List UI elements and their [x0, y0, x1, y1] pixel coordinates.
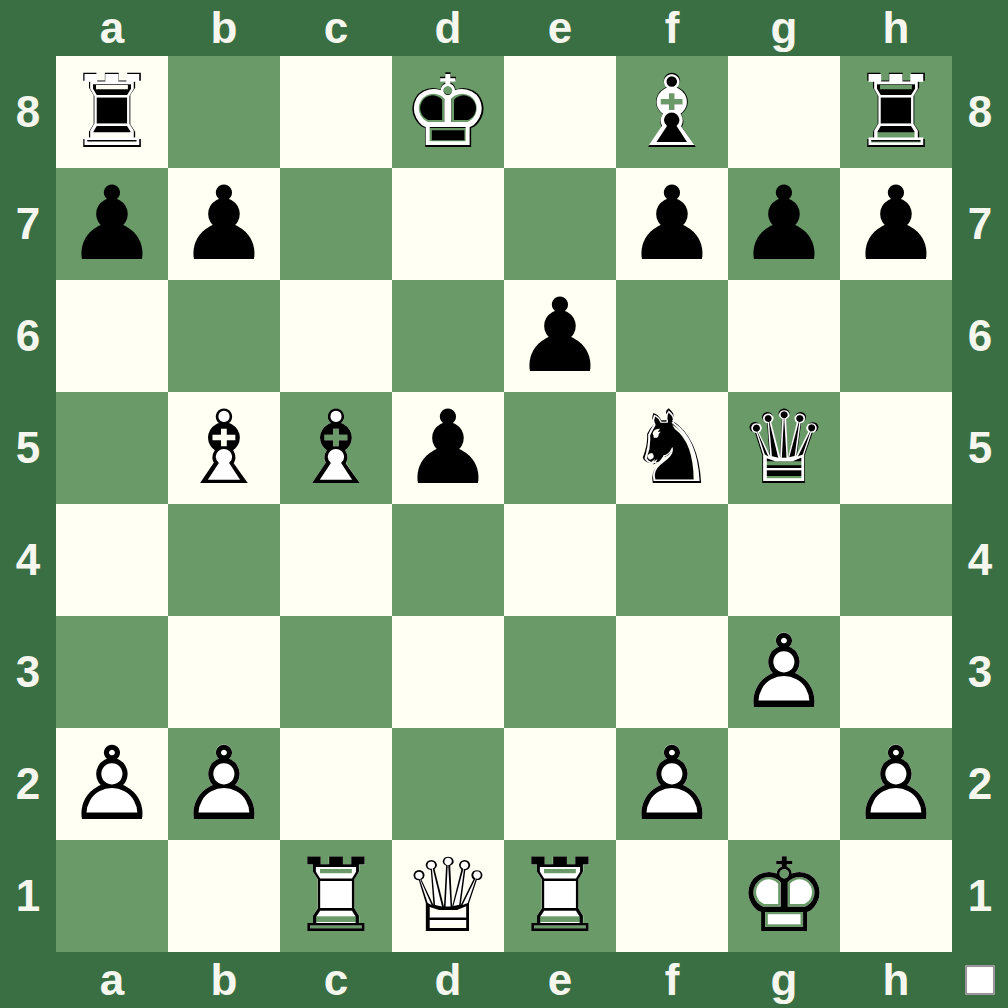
top-left-corner [0, 0, 56, 56]
rank-label-1-left: 1 [0, 840, 56, 952]
square-f6[interactable] [616, 280, 728, 392]
white-to-move-indicator [965, 965, 995, 995]
file-label-h-top: h [840, 0, 952, 56]
rank-label-3-left: 3 [0, 616, 56, 728]
square-d2[interactable] [392, 728, 504, 840]
square-a7[interactable]: ♟ [56, 168, 168, 280]
file-label-a-top: a [56, 0, 168, 56]
file-label-e-bottom: e [504, 952, 616, 1008]
square-b6[interactable] [168, 280, 280, 392]
square-c4[interactable] [280, 504, 392, 616]
square-h2[interactable]: ♟♙ [840, 728, 952, 840]
chess-board: abcdefgh8♜♖♚♔♝♗♜♖87♟♟♟♟♟76♟65♝♗♝♗♟♞♘♛♕54… [0, 0, 1008, 1008]
rank-label-5-right: 5 [952, 392, 1008, 504]
rank-label-6-right: 6 [952, 280, 1008, 392]
square-b8[interactable] [168, 56, 280, 168]
piece-black-pawn: ♟ [504, 280, 616, 392]
square-f8[interactable]: ♝♗ [616, 56, 728, 168]
square-b7[interactable]: ♟ [168, 168, 280, 280]
square-a8[interactable]: ♜♖ [56, 56, 168, 168]
bottom-right-corner [952, 952, 1008, 1008]
square-h6[interactable] [840, 280, 952, 392]
piece-black-queen: ♛♕ [728, 392, 840, 504]
file-label-g-bottom: g [728, 952, 840, 1008]
square-h5[interactable] [840, 392, 952, 504]
square-b4[interactable] [168, 504, 280, 616]
black-piece-fill-glyph: ♟ [616, 168, 728, 280]
square-d6[interactable] [392, 280, 504, 392]
square-h1[interactable] [840, 840, 952, 952]
rank-label-7-right: 7 [952, 168, 1008, 280]
rank-label-5-left: 5 [0, 392, 56, 504]
black-piece-detail-glyph: ♘ [619, 395, 725, 501]
square-c1[interactable]: ♜♖ [280, 840, 392, 952]
black-piece-detail-glyph: ♖ [59, 59, 165, 165]
square-g3[interactable]: ♟♙ [728, 616, 840, 728]
black-piece-detail-glyph: ♖ [843, 59, 949, 165]
white-piece-outline-glyph: ♗ [168, 392, 280, 504]
square-e7[interactable] [504, 168, 616, 280]
piece-black-pawn: ♟ [728, 168, 840, 280]
rank-label-2-left: 2 [0, 728, 56, 840]
rank-label-7-left: 7 [0, 168, 56, 280]
square-e1[interactable]: ♜♖ [504, 840, 616, 952]
square-d3[interactable] [392, 616, 504, 728]
piece-black-king: ♚♔ [392, 56, 504, 168]
square-b2[interactable]: ♟♙ [168, 728, 280, 840]
file-label-c-top: c [280, 0, 392, 56]
square-g4[interactable] [728, 504, 840, 616]
square-e3[interactable] [504, 616, 616, 728]
file-label-a-bottom: a [56, 952, 168, 1008]
square-e2[interactable] [504, 728, 616, 840]
bottom-left-corner [0, 952, 56, 1008]
square-f5[interactable]: ♞♘ [616, 392, 728, 504]
rank-label-8-left: 8 [0, 56, 56, 168]
piece-white-rook: ♜♖ [504, 840, 616, 952]
square-a4[interactable] [56, 504, 168, 616]
square-f4[interactable] [616, 504, 728, 616]
black-piece-fill-glyph: ♟ [840, 168, 952, 280]
black-piece-fill-glyph: ♟ [728, 168, 840, 280]
piece-black-pawn: ♟ [168, 168, 280, 280]
white-piece-outline-glyph: ♗ [280, 392, 392, 504]
square-b1[interactable] [168, 840, 280, 952]
square-e4[interactable] [504, 504, 616, 616]
square-f7[interactable]: ♟ [616, 168, 728, 280]
square-g7[interactable]: ♟ [728, 168, 840, 280]
piece-black-pawn: ♟ [840, 168, 952, 280]
rank-label-8-right: 8 [952, 56, 1008, 168]
square-a6[interactable] [56, 280, 168, 392]
white-piece-outline-glyph: ♙ [840, 728, 952, 840]
black-piece-detail-glyph: ♗ [619, 59, 725, 165]
white-piece-outline-glyph: ♖ [504, 840, 616, 952]
black-piece-fill-glyph: ♟ [56, 168, 168, 280]
square-c5[interactable]: ♝♗ [280, 392, 392, 504]
file-label-c-bottom: c [280, 952, 392, 1008]
square-c8[interactable] [280, 56, 392, 168]
rank-label-4-left: 4 [0, 504, 56, 616]
square-a3[interactable] [56, 616, 168, 728]
rank-label-3-right: 3 [952, 616, 1008, 728]
piece-black-bishop: ♝♗ [616, 56, 728, 168]
square-c2[interactable] [280, 728, 392, 840]
square-h3[interactable] [840, 616, 952, 728]
piece-black-rook: ♜♖ [56, 56, 168, 168]
white-piece-outline-glyph: ♔ [728, 840, 840, 952]
black-piece-fill-glyph: ♟ [392, 392, 504, 504]
white-piece-outline-glyph: ♙ [168, 728, 280, 840]
file-label-h-bottom: h [840, 952, 952, 1008]
file-label-f-bottom: f [616, 952, 728, 1008]
square-a5[interactable] [56, 392, 168, 504]
rank-label-6-left: 6 [0, 280, 56, 392]
file-label-g-top: g [728, 0, 840, 56]
square-h7[interactable]: ♟ [840, 168, 952, 280]
square-e8[interactable] [504, 56, 616, 168]
square-e6[interactable]: ♟ [504, 280, 616, 392]
piece-white-queen: ♛♕ [392, 840, 504, 952]
piece-black-knight: ♞♘ [616, 392, 728, 504]
square-d7[interactable] [392, 168, 504, 280]
square-h8[interactable]: ♜♖ [840, 56, 952, 168]
square-d1[interactable]: ♛♕ [392, 840, 504, 952]
square-f2[interactable]: ♟♙ [616, 728, 728, 840]
square-d8[interactable]: ♚♔ [392, 56, 504, 168]
square-c6[interactable] [280, 280, 392, 392]
file-label-b-top: b [168, 0, 280, 56]
square-b5[interactable]: ♝♗ [168, 392, 280, 504]
piece-black-pawn: ♟ [616, 168, 728, 280]
white-piece-outline-glyph: ♖ [280, 840, 392, 952]
piece-white-rook: ♜♖ [280, 840, 392, 952]
piece-white-pawn: ♟♙ [56, 728, 168, 840]
square-g6[interactable] [728, 280, 840, 392]
file-label-d-bottom: d [392, 952, 504, 1008]
white-piece-outline-glyph: ♙ [616, 728, 728, 840]
square-e5[interactable] [504, 392, 616, 504]
square-f1[interactable] [616, 840, 728, 952]
piece-white-pawn: ♟♙ [616, 728, 728, 840]
file-label-e-top: e [504, 0, 616, 56]
square-a2[interactable]: ♟♙ [56, 728, 168, 840]
rank-label-4-right: 4 [952, 504, 1008, 616]
black-piece-fill-glyph: ♟ [504, 280, 616, 392]
square-f3[interactable] [616, 616, 728, 728]
file-label-f-top: f [616, 0, 728, 56]
square-c3[interactable] [280, 616, 392, 728]
top-right-corner [952, 0, 1008, 56]
piece-white-pawn: ♟♙ [728, 616, 840, 728]
square-a1[interactable] [56, 840, 168, 952]
white-piece-outline-glyph: ♕ [392, 840, 504, 952]
chess-board-frame: abcdefgh8♜♖♚♔♝♗♜♖87♟♟♟♟♟76♟65♝♗♝♗♟♞♘♛♕54… [0, 0, 1008, 1008]
black-piece-fill-glyph: ♟ [168, 168, 280, 280]
piece-black-pawn: ♟ [392, 392, 504, 504]
white-piece-outline-glyph: ♙ [728, 616, 840, 728]
piece-white-bishop: ♝♗ [280, 392, 392, 504]
square-g8[interactable] [728, 56, 840, 168]
square-d4[interactable] [392, 504, 504, 616]
piece-white-pawn: ♟♙ [168, 728, 280, 840]
file-label-d-top: d [392, 0, 504, 56]
file-label-b-bottom: b [168, 952, 280, 1008]
square-g1[interactable]: ♚♔ [728, 840, 840, 952]
square-h4[interactable] [840, 504, 952, 616]
square-g5[interactable]: ♛♕ [728, 392, 840, 504]
piece-white-king: ♚♔ [728, 840, 840, 952]
piece-black-pawn: ♟ [56, 168, 168, 280]
black-piece-detail-glyph: ♕ [731, 395, 837, 501]
piece-white-pawn: ♟♙ [840, 728, 952, 840]
white-piece-outline-glyph: ♙ [56, 728, 168, 840]
rank-label-2-right: 2 [952, 728, 1008, 840]
square-c7[interactable] [280, 168, 392, 280]
black-piece-detail-glyph: ♔ [395, 59, 501, 165]
square-g2[interactable] [728, 728, 840, 840]
square-b3[interactable] [168, 616, 280, 728]
piece-black-rook: ♜♖ [840, 56, 952, 168]
square-d5[interactable]: ♟ [392, 392, 504, 504]
piece-white-bishop: ♝♗ [168, 392, 280, 504]
rank-label-1-right: 1 [952, 840, 1008, 952]
